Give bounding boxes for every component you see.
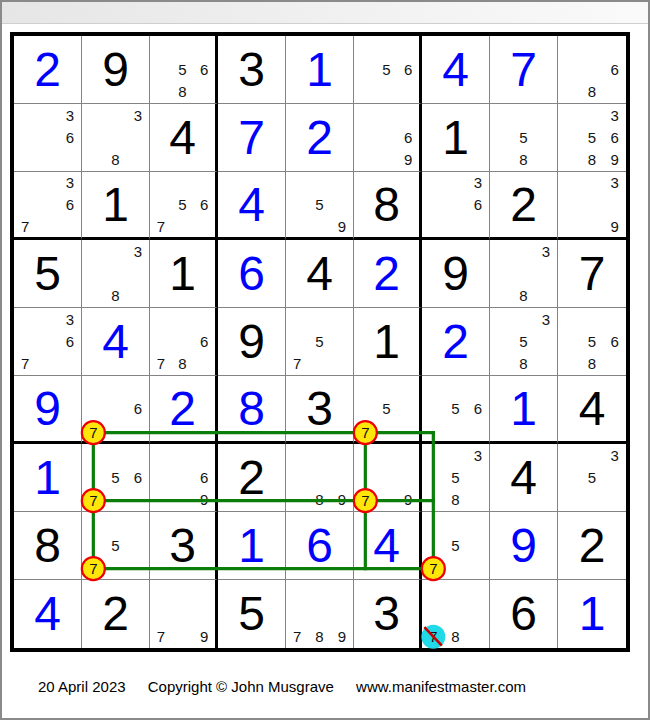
candidate-8: 8 (104, 149, 126, 171)
candidate-3: 3 (467, 172, 489, 194)
candidate-8: 8 (512, 149, 534, 171)
candidate-slot (558, 81, 581, 103)
cell-r2c6[interactable]: 69 (354, 104, 422, 172)
candidate-slot (150, 330, 172, 352)
given-digit: 4 (169, 114, 196, 162)
candidate-slot (467, 580, 489, 603)
candidate-slot (467, 376, 489, 398)
candidate-slot (172, 603, 194, 626)
cell-r1c9[interactable]: 68 (558, 36, 626, 104)
candidate-9: 9 (193, 489, 215, 511)
candidate-5: 5 (172, 58, 194, 80)
cell-r9c7[interactable]: 8 (422, 580, 490, 648)
candidate-slot (150, 58, 172, 80)
candidate-slot (397, 444, 419, 466)
given-digit: 1 (442, 114, 469, 162)
candidate-slot (603, 466, 626, 488)
cell-r6c1[interactable]: 9 (14, 376, 82, 444)
candidate-slot (558, 466, 581, 488)
candidate-5: 5 (444, 398, 466, 420)
candidate-slot (397, 376, 419, 398)
cell-r1c4[interactable]: 3 (218, 36, 286, 104)
cell-r2c1[interactable]: 36 (14, 104, 82, 172)
candidate-grid: 8 (422, 580, 489, 648)
candidate-grid: 5 (82, 512, 149, 579)
candidate-slot (354, 104, 376, 126)
candidate-slot (286, 444, 308, 466)
cell-r8c5[interactable]: 6 (286, 512, 354, 580)
candidate-slot (82, 376, 104, 398)
given-digit: 2 (510, 181, 537, 229)
cell-r8c2[interactable]: 5 (82, 512, 150, 580)
candidate-slot (490, 285, 512, 307)
candidate-slot (193, 580, 215, 603)
cell-r2c5[interactable]: 2 (286, 104, 354, 172)
placed-digit: 4 (238, 181, 265, 229)
candidate-grid: 68 (558, 36, 626, 103)
cell-r1c5[interactable]: 1 (286, 36, 354, 104)
candidate-6: 6 (603, 330, 626, 352)
candidate-slot (535, 262, 557, 284)
candidate-grid: 56 (82, 444, 149, 511)
candidate-slot (104, 444, 126, 466)
cell-r2c3[interactable]: 4 (150, 104, 218, 172)
candidate-slot (150, 308, 172, 330)
candidate-slot (581, 194, 604, 216)
cell-r5c6[interactable]: 1 (354, 308, 422, 376)
cell-r7c8[interactable]: 4 (490, 444, 558, 512)
cell-r2c2[interactable]: 38 (82, 104, 150, 172)
candidate-slot (14, 149, 36, 171)
candidate-slot (127, 534, 149, 556)
cell-r8c7[interactable]: 5 (422, 512, 490, 580)
candidate-slot (397, 36, 419, 58)
candidate-slot (104, 240, 126, 262)
candidate-5: 5 (444, 534, 466, 556)
candidate-5: 5 (376, 398, 398, 420)
candidate-slot (286, 308, 308, 330)
cell-r9c6[interactable]: 3 (354, 580, 422, 648)
candidate-slot (376, 489, 398, 511)
candidate-slot (558, 172, 581, 194)
candidate-slot (286, 489, 308, 511)
candidate-3: 3 (535, 308, 557, 330)
cell-r7c4[interactable]: 2 (218, 444, 286, 512)
candidate-6: 6 (467, 398, 489, 420)
given-digit: 4 (306, 250, 333, 298)
candidate-slot (82, 419, 104, 441)
given-digit: 1 (102, 181, 129, 229)
candidate-slot (376, 36, 398, 58)
candidate-9: 9 (603, 149, 626, 171)
candidate-slot (581, 444, 604, 466)
candidate-slot (172, 444, 194, 466)
candidate-grid: 35 (558, 444, 626, 511)
placed-digit: 1 (510, 385, 537, 433)
cell-r5c5[interactable]: 57 (286, 308, 354, 376)
candidate-6: 6 (603, 126, 626, 148)
candidate-slot (150, 466, 172, 488)
candidate-slot (535, 330, 557, 352)
candidate-slot (286, 215, 308, 237)
cell-r9c1[interactable]: 4 (14, 580, 82, 648)
candidate-5: 5 (104, 466, 126, 488)
candidate-slot (286, 466, 308, 488)
candidate-3: 3 (59, 308, 81, 330)
cell-r9c9[interactable]: 1 (558, 580, 626, 648)
candidate-slot (172, 580, 194, 603)
candidate-slot (193, 353, 215, 375)
candidate-8: 8 (444, 625, 466, 648)
cell-r7c2[interactable]: 56 (82, 444, 150, 512)
cell-r1c3[interactable]: 568 (150, 36, 218, 104)
cell-r1c2[interactable]: 9 (82, 36, 150, 104)
candidate-slot (444, 376, 466, 398)
candidate-grid: 367 (14, 308, 81, 375)
cell-r3c7[interactable]: 36 (422, 172, 490, 240)
cell-r8c9[interactable]: 2 (558, 512, 626, 580)
candidate-slot (354, 466, 376, 488)
cell-r1c6[interactable]: 56 (354, 36, 422, 104)
placed-digit: 9 (34, 385, 61, 433)
candidate-slot (490, 353, 512, 375)
candidate-slot (331, 308, 353, 330)
candidate-slot (36, 104, 58, 126)
cell-r9c2[interactable]: 2 (82, 580, 150, 648)
placed-digit: 4 (442, 46, 469, 94)
given-digit: 9 (442, 250, 469, 298)
candidate-slot (603, 489, 626, 511)
cell-r6c4[interactable]: 8 (218, 376, 286, 444)
candidate-slot (444, 194, 466, 216)
candidate-3: 3 (127, 104, 149, 126)
candidate-slot (422, 172, 444, 194)
cell-r6c8[interactable]: 1 (490, 376, 558, 444)
cell-r3c3[interactable]: 567 (150, 172, 218, 240)
candidate-9: 9 (331, 489, 353, 511)
candidate-slot (82, 240, 104, 262)
candidate-slot (422, 444, 444, 466)
candidate-grid: 9 (354, 444, 419, 511)
cell-r3c6[interactable]: 8 (354, 172, 422, 240)
placed-digit: 2 (169, 385, 196, 433)
given-digit: 7 (579, 250, 606, 298)
candidate-6: 6 (397, 126, 419, 148)
cell-r5c7[interactable]: 2 (422, 308, 490, 376)
candidate-5: 5 (512, 330, 534, 352)
candidate-slot (444, 444, 466, 466)
candidate-slot (558, 330, 581, 352)
candidate-7: 7 (150, 625, 172, 648)
candidate-slot (286, 194, 308, 216)
cell-r8c3[interactable]: 3 (150, 512, 218, 580)
placed-digit: 6 (238, 250, 265, 298)
candidate-7: 7 (14, 215, 36, 237)
candidate-5: 5 (444, 466, 466, 488)
placed-digit: 1 (579, 590, 606, 638)
candidate-grid: 38 (490, 240, 557, 307)
candidate-slot (193, 172, 215, 194)
candidate-grid: 69 (354, 104, 419, 171)
candidate-slot (354, 398, 376, 420)
candidate-slot (14, 126, 36, 148)
given-digit: 8 (373, 181, 400, 229)
candidate-slot (422, 398, 444, 420)
cell-r3c9[interactable]: 39 (558, 172, 626, 240)
cell-r2c9[interactable]: 35689 (558, 104, 626, 172)
candidate-slot (490, 308, 512, 330)
cell-r1c7[interactable]: 4 (422, 36, 490, 104)
candidate-slot (59, 353, 81, 375)
candidate-slot (104, 419, 126, 441)
candidate-slot (467, 603, 489, 626)
candidate-slot (581, 215, 604, 237)
candidate-slot (150, 580, 172, 603)
candidate-slot (331, 444, 353, 466)
cell-r4c3[interactable]: 1 (150, 240, 218, 308)
candidate-slot (172, 330, 194, 352)
cell-r9c5[interactable]: 789 (286, 580, 354, 648)
cell-r5c9[interactable]: 568 (558, 308, 626, 376)
candidate-6: 6 (193, 58, 215, 80)
candidate-grid: 79 (150, 580, 215, 648)
cell-r7c3[interactable]: 69 (150, 444, 218, 512)
cell-r6c9[interactable]: 4 (558, 376, 626, 444)
cell-r4c8[interactable]: 38 (490, 240, 558, 308)
candidate-slot (82, 466, 104, 488)
candidate-3: 3 (59, 172, 81, 194)
given-digit: 5 (238, 590, 265, 638)
candidate-slot (535, 353, 557, 375)
placed-digit: 2 (442, 318, 469, 366)
cell-r4c5[interactable]: 4 (286, 240, 354, 308)
candidate-slot (354, 58, 376, 80)
candidate-slot (82, 126, 104, 148)
cell-r4c7[interactable]: 9 (422, 240, 490, 308)
given-digit: 1 (169, 250, 196, 298)
cell-r5c2[interactable]: 4 (82, 308, 150, 376)
candidate-8: 8 (581, 149, 604, 171)
candidate-9: 9 (603, 215, 626, 237)
candidate-slot (172, 489, 194, 511)
candidate-grid: 38 (82, 104, 149, 171)
candidate-slot (581, 308, 604, 330)
candidate-slot (376, 149, 398, 171)
candidate-slot (172, 308, 194, 330)
candidate-slot (354, 489, 376, 511)
candidate-slot (354, 126, 376, 148)
candidate-slot (444, 580, 466, 603)
cell-r7c5[interactable]: 89 (286, 444, 354, 512)
given-digit: 2 (102, 590, 129, 638)
cell-r6c2[interactable]: 6 (82, 376, 150, 444)
given-digit: 3 (238, 46, 265, 94)
candidate-slot (193, 215, 215, 237)
candidate-slot (512, 240, 534, 262)
candidate-7: 7 (150, 353, 172, 375)
candidate-slot (82, 512, 104, 534)
candidate-5: 5 (376, 58, 398, 80)
candidate-slot (467, 215, 489, 237)
candidate-slot (172, 625, 194, 648)
placed-digit: 7 (238, 114, 265, 162)
candidate-slot (14, 194, 36, 216)
sudoku-board: 2956831564768363847269158356893671567459… (10, 32, 630, 652)
cell-r6c3[interactable]: 2 (150, 376, 218, 444)
candidate-slot (558, 149, 581, 171)
cell-r7c7[interactable]: 358 (422, 444, 490, 512)
candidate-slot (193, 36, 215, 58)
candidate-5: 5 (512, 126, 534, 148)
placed-digit: 2 (373, 250, 400, 298)
candidate-6: 6 (59, 194, 81, 216)
candidate-slot (308, 172, 330, 194)
cell-r7c6[interactable]: 9 (354, 444, 422, 512)
candidate-6: 6 (603, 58, 626, 80)
cell-r7c1[interactable]: 1 (14, 444, 82, 512)
candidate-slot (422, 419, 444, 441)
cell-r4c2[interactable]: 38 (82, 240, 150, 308)
candidate-grid: 5 (422, 512, 489, 579)
given-digit: 1 (373, 318, 400, 366)
candidate-slot (286, 603, 308, 626)
placed-digit: 9 (510, 522, 537, 570)
candidate-slot (535, 285, 557, 307)
candidate-slot (104, 104, 126, 126)
candidate-grid: 69 (150, 444, 215, 511)
candidate-slot (558, 444, 581, 466)
candidate-slot (286, 330, 308, 352)
candidate-slot (82, 285, 104, 307)
candidate-slot (354, 444, 376, 466)
candidate-5: 5 (581, 330, 604, 352)
candidate-slot (354, 149, 376, 171)
candidate-grid: 6 (82, 376, 149, 441)
given-digit: 3 (169, 522, 196, 570)
candidate-slot (193, 444, 215, 466)
given-digit: 5 (34, 250, 61, 298)
candidate-slot (376, 104, 398, 126)
candidate-slot (14, 104, 36, 126)
footer-copyright: Copyright © John Musgrave (148, 678, 334, 695)
cell-r8c6[interactable]: 4 (354, 512, 422, 580)
candidate-grid: 358 (422, 444, 489, 511)
cell-r3c1[interactable]: 367 (14, 172, 82, 240)
given-digit: 4 (510, 454, 537, 502)
candidate-slot (104, 262, 126, 284)
cell-r6c7[interactable]: 56 (422, 376, 490, 444)
cell-r1c1[interactable]: 2 (14, 36, 82, 104)
candidate-grid: 789 (286, 580, 353, 648)
candidate-slot (286, 580, 308, 603)
candidate-8: 8 (308, 489, 330, 511)
cell-r8c4[interactable]: 1 (218, 512, 286, 580)
candidate-slot (308, 353, 330, 375)
candidate-slot (581, 104, 604, 126)
candidate-slot (150, 444, 172, 466)
candidate-slot (331, 603, 353, 626)
candidate-slot (127, 262, 149, 284)
cell-r3c2[interactable]: 1 (82, 172, 150, 240)
candidate-slot (444, 215, 466, 237)
candidate-slot (308, 215, 330, 237)
candidate-slot (36, 194, 58, 216)
cell-r4c4[interactable]: 6 (218, 240, 286, 308)
cell-r5c3[interactable]: 678 (150, 308, 218, 376)
candidate-slot (172, 172, 194, 194)
cell-r9c3[interactable]: 79 (150, 580, 218, 648)
candidate-slot (376, 126, 398, 148)
placed-digit: 6 (306, 522, 333, 570)
candidate-slot (150, 172, 172, 194)
cell-r4c9[interactable]: 7 (558, 240, 626, 308)
candidate-3: 3 (603, 444, 626, 466)
placed-digit: 7 (510, 46, 537, 94)
candidate-6: 6 (127, 398, 149, 420)
candidate-slot (422, 489, 444, 511)
candidate-slot (444, 557, 466, 579)
cell-r2c7[interactable]: 1 (422, 104, 490, 172)
candidate-slot (331, 194, 353, 216)
cell-r6c5[interactable]: 3 (286, 376, 354, 444)
cell-r2c8[interactable]: 58 (490, 104, 558, 172)
cell-r8c8[interactable]: 9 (490, 512, 558, 580)
cell-r5c8[interactable]: 358 (490, 308, 558, 376)
candidate-slot (172, 36, 194, 58)
candidate-slot (36, 308, 58, 330)
cell-r9c4[interactable]: 5 (218, 580, 286, 648)
footer: 20 April 2023 Copyright © John Musgrave … (38, 678, 544, 695)
candidate-grid: 567 (150, 172, 215, 237)
candidate-slot (558, 489, 581, 511)
candidate-slot (581, 172, 604, 194)
candidate-grid: 35689 (558, 104, 626, 171)
cell-r4c1[interactable]: 5 (14, 240, 82, 308)
cell-r6c6[interactable]: 5 (354, 376, 422, 444)
cell-r1c8[interactable]: 7 (490, 36, 558, 104)
candidate-slot (444, 512, 466, 534)
candidate-slot (581, 58, 604, 80)
cell-r2c4[interactable]: 7 (218, 104, 286, 172)
cell-r3c8[interactable]: 2 (490, 172, 558, 240)
window-titlebar (2, 2, 648, 24)
candidate-slot (150, 603, 172, 626)
cell-r4c6[interactable]: 2 (354, 240, 422, 308)
cell-r3c5[interactable]: 59 (286, 172, 354, 240)
candidate-slot (354, 81, 376, 103)
cell-r9c8[interactable]: 6 (490, 580, 558, 648)
footer-site: www.manifestmaster.com (356, 678, 526, 695)
app-window: 2956831564768363847269158356893671567459… (0, 0, 650, 720)
candidate-slot (14, 308, 36, 330)
candidate-9: 9 (331, 215, 353, 237)
candidate-slot (36, 330, 58, 352)
cell-r5c4[interactable]: 9 (218, 308, 286, 376)
candidate-slot (467, 466, 489, 488)
candidate-slot (104, 398, 126, 420)
cell-r8c1[interactable]: 8 (14, 512, 82, 580)
candidate-slot (535, 126, 557, 148)
candidate-3: 3 (127, 240, 149, 262)
cell-r3c4[interactable]: 4 (218, 172, 286, 240)
candidate-slot (127, 489, 149, 511)
candidate-slot (150, 489, 172, 511)
placed-digit: 4 (373, 522, 400, 570)
cell-r5c1[interactable]: 367 (14, 308, 82, 376)
candidate-slot (150, 81, 172, 103)
cell-r7c9[interactable]: 35 (558, 444, 626, 512)
candidate-slot (512, 308, 534, 330)
